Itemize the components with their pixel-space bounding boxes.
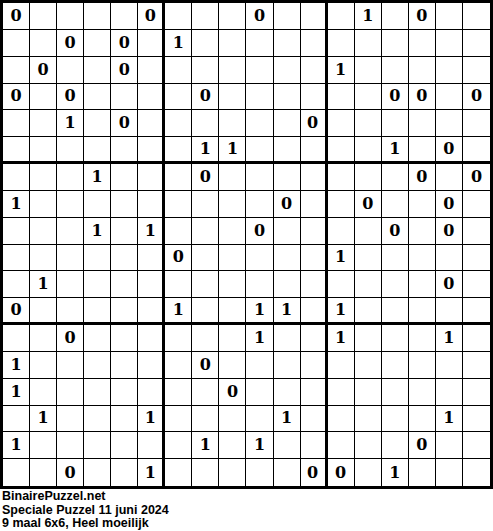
cell-r18c9-empty[interactable] [219, 459, 246, 486]
cell-r10c3-empty[interactable] [57, 245, 84, 272]
cell-r15c5-empty[interactable] [111, 379, 138, 406]
cell-r6c17-given[interactable]: 0 [436, 137, 463, 164]
cell-r10c16-empty[interactable] [409, 245, 436, 272]
cell-r18c12-given[interactable]: 0 [301, 459, 328, 486]
cell-r9c13-empty[interactable] [328, 218, 355, 245]
cell-r14c10-empty[interactable] [246, 352, 273, 379]
cell-r3c12-empty[interactable] [301, 57, 328, 84]
cell-r2c13-empty[interactable] [328, 30, 355, 57]
cell-r11c5-empty[interactable] [111, 271, 138, 298]
cell-r14c13-empty[interactable] [328, 352, 355, 379]
cell-r12c4-empty[interactable] [84, 298, 111, 325]
cell-r15c6-empty[interactable] [138, 379, 165, 406]
cell-r13c4-empty[interactable] [84, 325, 111, 352]
cell-r5c13-empty[interactable] [328, 110, 355, 137]
cell-r7c14-empty[interactable] [355, 164, 382, 191]
cell-r12c13-given[interactable]: 1 [328, 298, 355, 325]
cell-r11c17-given[interactable]: 0 [436, 271, 463, 298]
cell-r9c8-empty[interactable] [192, 218, 219, 245]
cell-r16c7-empty[interactable] [165, 406, 192, 433]
cell-r5c6-empty[interactable] [138, 110, 165, 137]
cell-r1c1-given[interactable]: 0 [3, 3, 30, 30]
cell-r8c17-given[interactable]: 0 [436, 191, 463, 218]
cell-r5c3-given[interactable]: 1 [57, 110, 84, 137]
cell-r6c13-empty[interactable] [328, 137, 355, 164]
cell-r7c7-empty[interactable] [165, 164, 192, 191]
cell-r7c10-empty[interactable] [246, 164, 273, 191]
cell-r8c7-empty[interactable] [165, 191, 192, 218]
cell-r11c9-empty[interactable] [219, 271, 246, 298]
cell-r7c15-empty[interactable] [382, 164, 409, 191]
cell-r17c16-given[interactable]: 0 [409, 432, 436, 459]
cell-r1c18-empty[interactable] [463, 3, 490, 30]
cell-r9c10-given[interactable]: 0 [246, 218, 273, 245]
cell-r11c1-empty[interactable] [3, 271, 30, 298]
cell-r2c18-empty[interactable] [463, 30, 490, 57]
cell-r13c10-given[interactable]: 1 [246, 325, 273, 352]
cell-r4c18-given[interactable]: 0 [463, 84, 490, 111]
cell-r2c5-given[interactable]: 0 [111, 30, 138, 57]
cell-r3c18-empty[interactable] [463, 57, 490, 84]
cell-r16c18-empty[interactable] [463, 406, 490, 433]
cell-r17c18-empty[interactable] [463, 432, 490, 459]
cell-r13c11-empty[interactable] [274, 325, 301, 352]
cell-r9c11-empty[interactable] [274, 218, 301, 245]
cell-r14c4-empty[interactable] [84, 352, 111, 379]
cell-r1c14-given[interactable]: 1 [355, 3, 382, 30]
cell-r5c15-empty[interactable] [382, 110, 409, 137]
cell-r12c6-empty[interactable] [138, 298, 165, 325]
cell-r12c2-empty[interactable] [30, 298, 57, 325]
cell-r10c18-empty[interactable] [463, 245, 490, 272]
cell-r2c9-empty[interactable] [219, 30, 246, 57]
cell-r11c6-empty[interactable] [138, 271, 165, 298]
cell-r7c13-empty[interactable] [328, 164, 355, 191]
cell-r11c14-empty[interactable] [355, 271, 382, 298]
cell-r4c7-empty[interactable] [165, 84, 192, 111]
cell-r16c12-empty[interactable] [301, 406, 328, 433]
cell-r6c18-empty[interactable] [463, 137, 490, 164]
cell-r1c4-empty[interactable] [84, 3, 111, 30]
cell-r17c6-empty[interactable] [138, 432, 165, 459]
cell-r1c2-empty[interactable] [30, 3, 57, 30]
cell-r16c8-empty[interactable] [192, 406, 219, 433]
cell-r13c1-empty[interactable] [3, 325, 30, 352]
cell-r4c4-empty[interactable] [84, 84, 111, 111]
cell-r5c16-empty[interactable] [409, 110, 436, 137]
cell-r3c2-given[interactable]: 0 [30, 57, 57, 84]
cell-r2c14-empty[interactable] [355, 30, 382, 57]
cell-r11c16-empty[interactable] [409, 271, 436, 298]
cell-r18c2-empty[interactable] [30, 459, 57, 486]
cell-r11c8-empty[interactable] [192, 271, 219, 298]
cell-r3c16-empty[interactable] [409, 57, 436, 84]
cell-r14c12-empty[interactable] [301, 352, 328, 379]
cell-r3c5-given[interactable]: 0 [111, 57, 138, 84]
cell-r10c2-empty[interactable] [30, 245, 57, 272]
cell-r16c10-empty[interactable] [246, 406, 273, 433]
cell-r1c11-empty[interactable] [274, 3, 301, 30]
cell-r12c14-empty[interactable] [355, 298, 382, 325]
cell-r4c5-empty[interactable] [111, 84, 138, 111]
cell-r7c11-empty[interactable] [274, 164, 301, 191]
cell-r12c11-given[interactable]: 1 [274, 298, 301, 325]
cell-r9c7-empty[interactable] [165, 218, 192, 245]
cell-r7c18-given[interactable]: 0 [463, 164, 490, 191]
cell-r17c4-empty[interactable] [84, 432, 111, 459]
cell-r1c3-empty[interactable] [57, 3, 84, 30]
cell-r7c9-empty[interactable] [219, 164, 246, 191]
cell-r16c17-given[interactable]: 1 [436, 406, 463, 433]
cell-r15c7-empty[interactable] [165, 379, 192, 406]
cell-r15c12-empty[interactable] [301, 379, 328, 406]
cell-r6c2-empty[interactable] [30, 137, 57, 164]
cell-r16c6-given[interactable]: 1 [138, 406, 165, 433]
cell-r15c13-empty[interactable] [328, 379, 355, 406]
cell-r15c14-empty[interactable] [355, 379, 382, 406]
cell-r4c3-given[interactable]: 0 [57, 84, 84, 111]
cell-r12c9-empty[interactable] [219, 298, 246, 325]
cell-r18c16-empty[interactable] [409, 459, 436, 486]
cell-r13c9-empty[interactable] [219, 325, 246, 352]
cell-r4c13-empty[interactable] [328, 84, 355, 111]
cell-r10c9-empty[interactable] [219, 245, 246, 272]
cell-r3c17-empty[interactable] [436, 57, 463, 84]
cell-r7c8-given[interactable]: 0 [192, 164, 219, 191]
cell-r13c12-empty[interactable] [301, 325, 328, 352]
cell-r1c10-given[interactable]: 0 [246, 3, 273, 30]
cell-r6c3-empty[interactable] [57, 137, 84, 164]
cell-r12c15-empty[interactable] [382, 298, 409, 325]
cell-r8c10-empty[interactable] [246, 191, 273, 218]
cell-r15c15-empty[interactable] [382, 379, 409, 406]
cell-r12c1-given[interactable]: 0 [3, 298, 30, 325]
cell-r2c6-empty[interactable] [138, 30, 165, 57]
cell-r14c11-empty[interactable] [274, 352, 301, 379]
cell-r12c8-empty[interactable] [192, 298, 219, 325]
cell-r2c10-empty[interactable] [246, 30, 273, 57]
cell-r13c8-empty[interactable] [192, 325, 219, 352]
cell-r10c8-empty[interactable] [192, 245, 219, 272]
cell-r9c16-empty[interactable] [409, 218, 436, 245]
cell-r3c11-empty[interactable] [274, 57, 301, 84]
cell-r7c1-empty[interactable] [3, 164, 30, 191]
cell-r3c10-empty[interactable] [246, 57, 273, 84]
cell-r17c15-empty[interactable] [382, 432, 409, 459]
cell-r15c9-given[interactable]: 0 [219, 379, 246, 406]
cell-r15c4-empty[interactable] [84, 379, 111, 406]
cell-r10c17-empty[interactable] [436, 245, 463, 272]
cell-r4c15-given[interactable]: 0 [382, 84, 409, 111]
cell-r9c9-empty[interactable] [219, 218, 246, 245]
cell-r18c18-empty[interactable] [463, 459, 490, 486]
cell-r18c15-given[interactable]: 1 [382, 459, 409, 486]
cell-r10c12-empty[interactable] [301, 245, 328, 272]
cell-r9c17-given[interactable]: 0 [436, 218, 463, 245]
cell-r4c9-empty[interactable] [219, 84, 246, 111]
cell-r18c17-empty[interactable] [436, 459, 463, 486]
cell-r7c3-empty[interactable] [57, 164, 84, 191]
cell-r15c17-empty[interactable] [436, 379, 463, 406]
cell-r6c10-empty[interactable] [246, 137, 273, 164]
cell-r14c7-empty[interactable] [165, 352, 192, 379]
cell-r8c4-empty[interactable] [84, 191, 111, 218]
cell-r6c8-given[interactable]: 1 [192, 137, 219, 164]
cell-r9c15-given[interactable]: 0 [382, 218, 409, 245]
cell-r8c18-empty[interactable] [463, 191, 490, 218]
cell-r1c7-empty[interactable] [165, 3, 192, 30]
cell-r11c10-empty[interactable] [246, 271, 273, 298]
cell-r3c1-empty[interactable] [3, 57, 30, 84]
cell-r4c8-given[interactable]: 0 [192, 84, 219, 111]
cell-r16c5-empty[interactable] [111, 406, 138, 433]
cell-r17c14-empty[interactable] [355, 432, 382, 459]
cell-r18c3-given[interactable]: 0 [57, 459, 84, 486]
cell-r8c11-given[interactable]: 0 [274, 191, 301, 218]
cell-r6c11-empty[interactable] [274, 137, 301, 164]
cell-r7c4-given[interactable]: 1 [84, 164, 111, 191]
cell-r10c7-given[interactable]: 0 [165, 245, 192, 272]
cell-r10c1-empty[interactable] [3, 245, 30, 272]
cell-r14c16-empty[interactable] [409, 352, 436, 379]
cell-r17c2-empty[interactable] [30, 432, 57, 459]
cell-r6c5-empty[interactable] [111, 137, 138, 164]
cell-r17c9-empty[interactable] [219, 432, 246, 459]
cell-r7c6-empty[interactable] [138, 164, 165, 191]
cell-r16c2-given[interactable]: 1 [30, 406, 57, 433]
cell-r13c6-empty[interactable] [138, 325, 165, 352]
cell-r4c14-empty[interactable] [355, 84, 382, 111]
cell-r15c10-empty[interactable] [246, 379, 273, 406]
cell-r2c4-empty[interactable] [84, 30, 111, 57]
cell-r11c18-empty[interactable] [463, 271, 490, 298]
cell-r8c16-empty[interactable] [409, 191, 436, 218]
cell-r16c4-empty[interactable] [84, 406, 111, 433]
cell-r16c15-empty[interactable] [382, 406, 409, 433]
cell-r2c7-given[interactable]: 1 [165, 30, 192, 57]
cell-r3c8-empty[interactable] [192, 57, 219, 84]
cell-r9c4-given[interactable]: 1 [84, 218, 111, 245]
cell-r1c16-given[interactable]: 0 [409, 3, 436, 30]
cell-r14c14-empty[interactable] [355, 352, 382, 379]
cell-r12c18-empty[interactable] [463, 298, 490, 325]
cell-r2c1-empty[interactable] [3, 30, 30, 57]
cell-r2c8-empty[interactable] [192, 30, 219, 57]
cell-r13c16-empty[interactable] [409, 325, 436, 352]
cell-r10c15-empty[interactable] [382, 245, 409, 272]
cell-r7c12-empty[interactable] [301, 164, 328, 191]
cell-r8c15-empty[interactable] [382, 191, 409, 218]
cell-r5c10-empty[interactable] [246, 110, 273, 137]
cell-r1c6-given[interactable]: 0 [138, 3, 165, 30]
cell-r11c15-empty[interactable] [382, 271, 409, 298]
cell-r11c11-empty[interactable] [274, 271, 301, 298]
cell-r10c11-empty[interactable] [274, 245, 301, 272]
cell-r5c11-empty[interactable] [274, 110, 301, 137]
cell-r15c11-empty[interactable] [274, 379, 301, 406]
cell-r2c17-empty[interactable] [436, 30, 463, 57]
cell-r3c7-empty[interactable] [165, 57, 192, 84]
cell-r12c3-empty[interactable] [57, 298, 84, 325]
cell-r15c18-empty[interactable] [463, 379, 490, 406]
cell-r13c2-empty[interactable] [30, 325, 57, 352]
cell-r14c8-given[interactable]: 0 [192, 352, 219, 379]
cell-r6c1-empty[interactable] [3, 137, 30, 164]
cell-r3c9-empty[interactable] [219, 57, 246, 84]
cell-r8c9-empty[interactable] [219, 191, 246, 218]
cell-r6c6-empty[interactable] [138, 137, 165, 164]
cell-r3c15-empty[interactable] [382, 57, 409, 84]
cell-r9c5-empty[interactable] [111, 218, 138, 245]
cell-r9c3-empty[interactable] [57, 218, 84, 245]
cell-r12c7-given[interactable]: 1 [165, 298, 192, 325]
cell-r5c1-empty[interactable] [3, 110, 30, 137]
cell-r9c14-empty[interactable] [355, 218, 382, 245]
cell-r10c6-empty[interactable] [138, 245, 165, 272]
cell-r18c7-empty[interactable] [165, 459, 192, 486]
cell-r17c10-given[interactable]: 1 [246, 432, 273, 459]
cell-r14c15-empty[interactable] [382, 352, 409, 379]
cell-r1c17-empty[interactable] [436, 3, 463, 30]
cell-r12c5-empty[interactable] [111, 298, 138, 325]
cell-r18c6-given[interactable]: 1 [138, 459, 165, 486]
cell-r12c10-given[interactable]: 1 [246, 298, 273, 325]
cell-r18c5-empty[interactable] [111, 459, 138, 486]
cell-r5c7-empty[interactable] [165, 110, 192, 137]
cell-r8c13-empty[interactable] [328, 191, 355, 218]
cell-r18c14-empty[interactable] [355, 459, 382, 486]
cell-r2c16-empty[interactable] [409, 30, 436, 57]
cell-r4c10-empty[interactable] [246, 84, 273, 111]
cell-r15c8-empty[interactable] [192, 379, 219, 406]
cell-r3c4-empty[interactable] [84, 57, 111, 84]
cell-r8c2-empty[interactable] [30, 191, 57, 218]
cell-r5c14-empty[interactable] [355, 110, 382, 137]
cell-r13c3-given[interactable]: 0 [57, 325, 84, 352]
cell-r12c17-empty[interactable] [436, 298, 463, 325]
cell-r15c16-empty[interactable] [409, 379, 436, 406]
cell-r17c7-empty[interactable] [165, 432, 192, 459]
cell-r16c11-given[interactable]: 1 [274, 406, 301, 433]
cell-r14c5-empty[interactable] [111, 352, 138, 379]
cell-r6c14-empty[interactable] [355, 137, 382, 164]
cell-r13c15-empty[interactable] [382, 325, 409, 352]
cell-r13c17-given[interactable]: 1 [436, 325, 463, 352]
cell-r3c6-empty[interactable] [138, 57, 165, 84]
cell-r7c16-given[interactable]: 0 [409, 164, 436, 191]
cell-r13c18-empty[interactable] [463, 325, 490, 352]
cell-r14c6-empty[interactable] [138, 352, 165, 379]
cell-r11c2-given[interactable]: 1 [30, 271, 57, 298]
cell-r17c1-given[interactable]: 1 [3, 432, 30, 459]
cell-r5c17-empty[interactable] [436, 110, 463, 137]
cell-r2c11-empty[interactable] [274, 30, 301, 57]
cell-r8c8-empty[interactable] [192, 191, 219, 218]
cell-r5c2-empty[interactable] [30, 110, 57, 137]
cell-r17c11-empty[interactable] [274, 432, 301, 459]
cell-r14c1-given[interactable]: 1 [3, 352, 30, 379]
cell-r14c9-empty[interactable] [219, 352, 246, 379]
cell-r11c4-empty[interactable] [84, 271, 111, 298]
cell-r1c15-empty[interactable] [382, 3, 409, 30]
cell-r10c5-empty[interactable] [111, 245, 138, 272]
cell-r11c3-empty[interactable] [57, 271, 84, 298]
cell-r17c3-empty[interactable] [57, 432, 84, 459]
cell-r2c3-given[interactable]: 0 [57, 30, 84, 57]
cell-r9c12-empty[interactable] [301, 218, 328, 245]
cell-r16c13-empty[interactable] [328, 406, 355, 433]
cell-r18c11-empty[interactable] [274, 459, 301, 486]
cell-r10c4-empty[interactable] [84, 245, 111, 272]
cell-r8c14-given[interactable]: 0 [355, 191, 382, 218]
cell-r11c7-empty[interactable] [165, 271, 192, 298]
cell-r14c3-empty[interactable] [57, 352, 84, 379]
cell-r9c18-empty[interactable] [463, 218, 490, 245]
cell-r7c5-empty[interactable] [111, 164, 138, 191]
cell-r9c6-given[interactable]: 1 [138, 218, 165, 245]
cell-r13c5-empty[interactable] [111, 325, 138, 352]
cell-r18c1-empty[interactable] [3, 459, 30, 486]
cell-r4c6-empty[interactable] [138, 84, 165, 111]
cell-r16c14-empty[interactable] [355, 406, 382, 433]
cell-r17c12-empty[interactable] [301, 432, 328, 459]
cell-r10c14-empty[interactable] [355, 245, 382, 272]
cell-r4c11-empty[interactable] [274, 84, 301, 111]
cell-r11c12-empty[interactable] [301, 271, 328, 298]
cell-r8c12-empty[interactable] [301, 191, 328, 218]
cell-r9c2-empty[interactable] [30, 218, 57, 245]
cell-r10c13-given[interactable]: 1 [328, 245, 355, 272]
cell-r5c5-given[interactable]: 0 [111, 110, 138, 137]
cell-r13c7-empty[interactable] [165, 325, 192, 352]
cell-r5c4-empty[interactable] [84, 110, 111, 137]
cell-r8c5-empty[interactable] [111, 191, 138, 218]
cell-r14c18-empty[interactable] [463, 352, 490, 379]
cell-r13c14-empty[interactable] [355, 325, 382, 352]
cell-r16c16-empty[interactable] [409, 406, 436, 433]
cell-r4c1-given[interactable]: 0 [3, 84, 30, 111]
cell-r1c13-empty[interactable] [328, 3, 355, 30]
cell-r8c3-empty[interactable] [57, 191, 84, 218]
cell-r1c12-empty[interactable] [301, 3, 328, 30]
cell-r15c1-given[interactable]: 1 [3, 379, 30, 406]
cell-r6c4-empty[interactable] [84, 137, 111, 164]
cell-r12c16-empty[interactable] [409, 298, 436, 325]
cell-r3c13-given[interactable]: 1 [328, 57, 355, 84]
cell-r11c13-empty[interactable] [328, 271, 355, 298]
cell-r6c9-given[interactable]: 1 [219, 137, 246, 164]
cell-r5c18-empty[interactable] [463, 110, 490, 137]
cell-r2c12-empty[interactable] [301, 30, 328, 57]
cell-r14c2-empty[interactable] [30, 352, 57, 379]
cell-r16c9-empty[interactable] [219, 406, 246, 433]
cell-r17c17-empty[interactable] [436, 432, 463, 459]
cell-r8c1-given[interactable]: 1 [3, 191, 30, 218]
cell-r2c2-empty[interactable] [30, 30, 57, 57]
cell-r16c3-empty[interactable] [57, 406, 84, 433]
cell-r18c4-empty[interactable] [84, 459, 111, 486]
cell-r4c17-empty[interactable] [436, 84, 463, 111]
cell-r4c2-empty[interactable] [30, 84, 57, 111]
cell-r6c12-empty[interactable] [301, 137, 328, 164]
cell-r1c9-empty[interactable] [219, 3, 246, 30]
cell-r13c13-given[interactable]: 1 [328, 325, 355, 352]
cell-r17c8-given[interactable]: 1 [192, 432, 219, 459]
cell-r4c16-given[interactable]: 0 [409, 84, 436, 111]
cell-r2c15-empty[interactable] [382, 30, 409, 57]
cell-r10c10-empty[interactable] [246, 245, 273, 272]
cell-r18c8-empty[interactable] [192, 459, 219, 486]
